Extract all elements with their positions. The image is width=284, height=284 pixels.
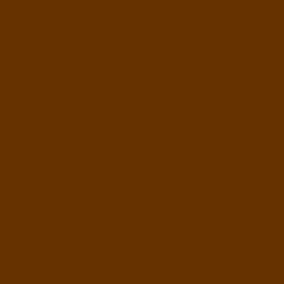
chess-board	[10, 10, 274, 274]
chess-diagram	[0, 0, 284, 284]
